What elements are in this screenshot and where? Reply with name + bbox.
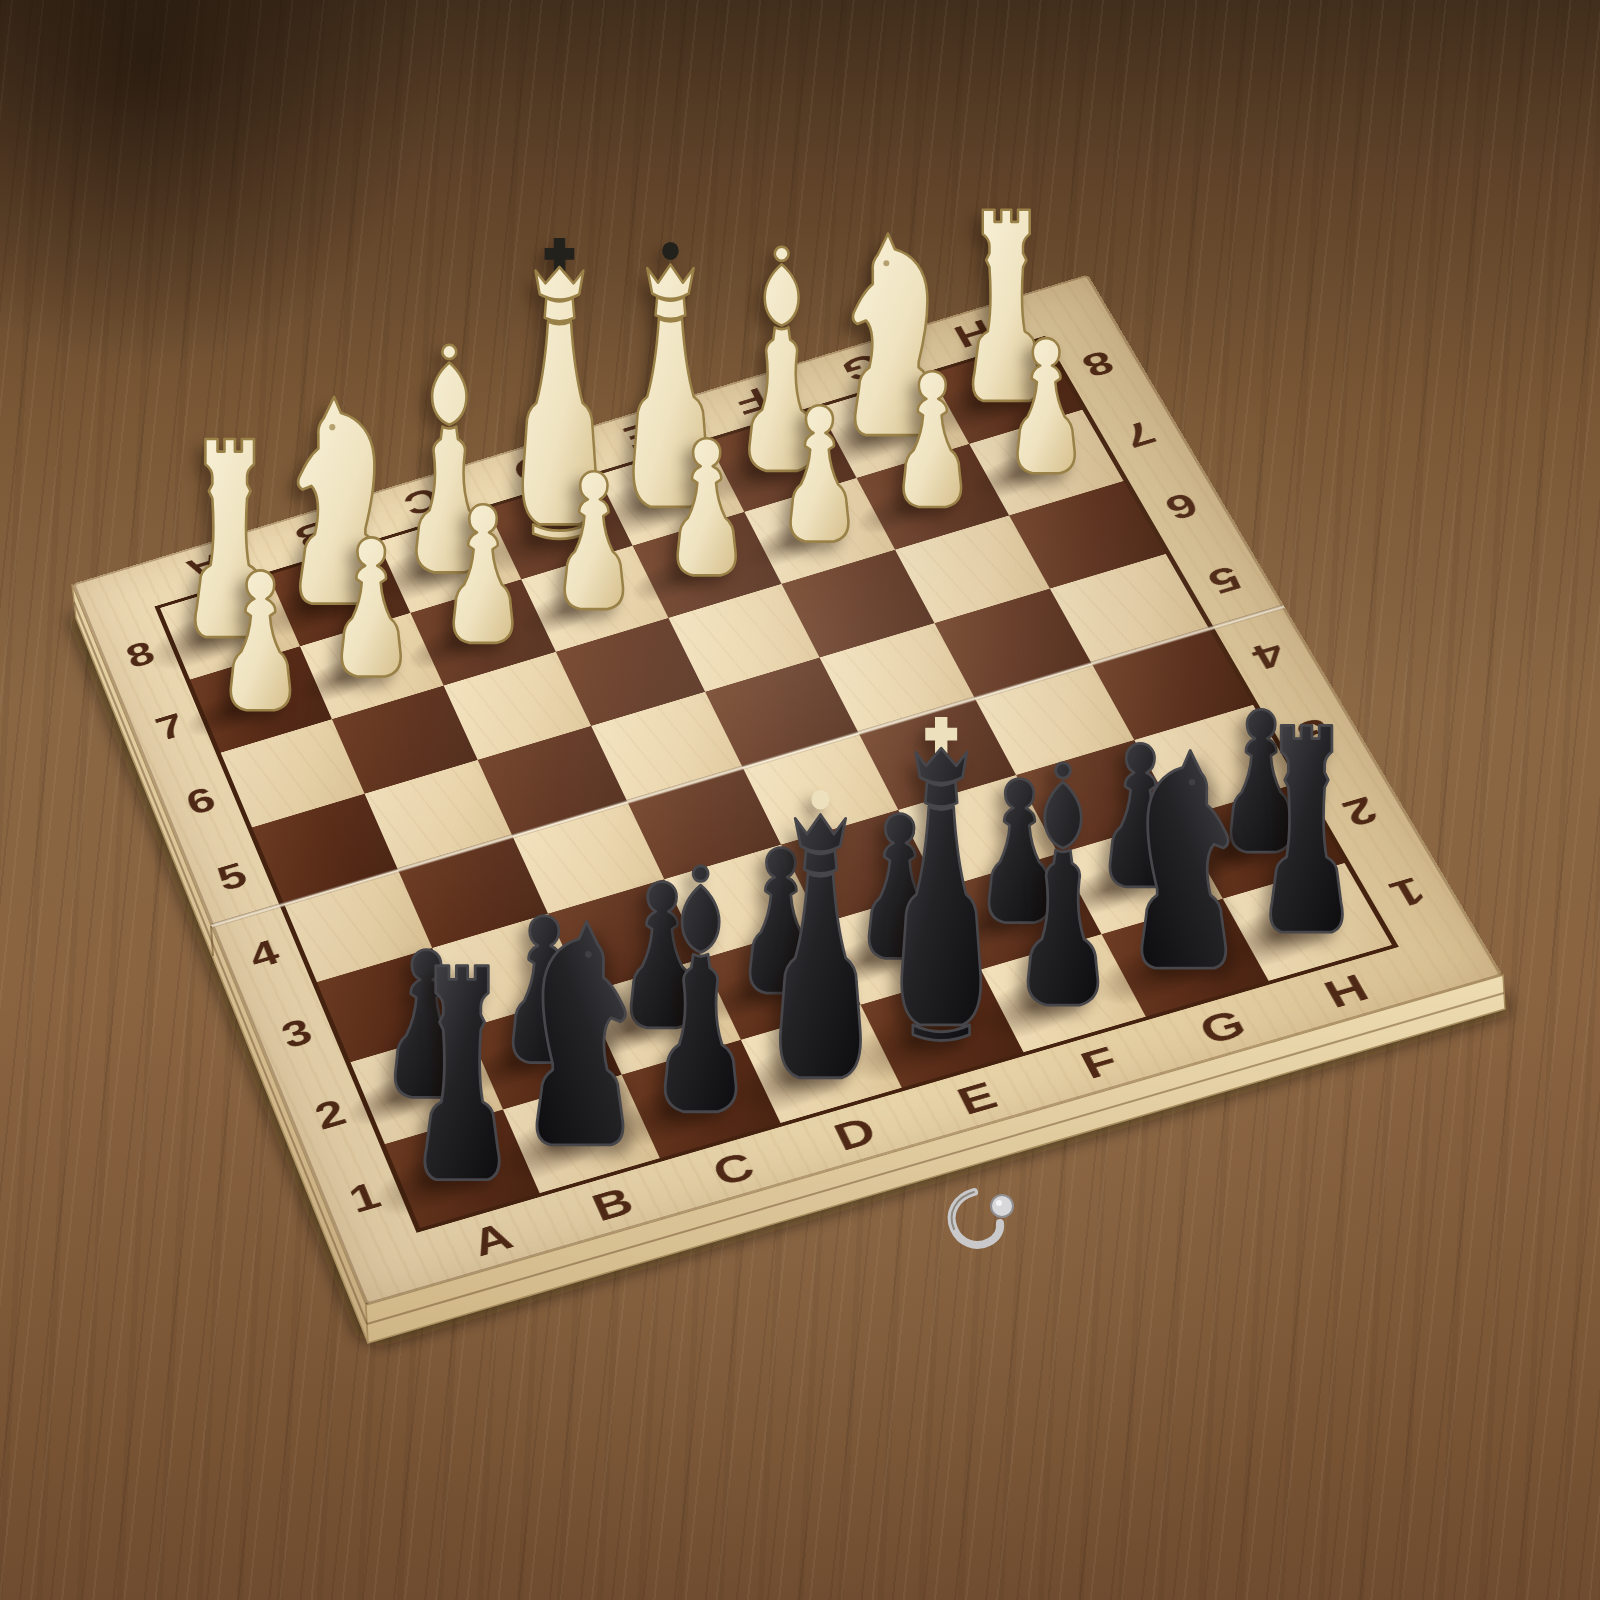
piece-black-queen-d1[interactable] (770, 789, 871, 1084)
clasp-latch (952, 1192, 1013, 1245)
piece-black-knight-b1[interactable] (532, 912, 630, 1154)
rook-icon (417, 956, 507, 1189)
king-icon (888, 717, 994, 1048)
pawn-icon (671, 433, 742, 583)
knight-icon (1137, 741, 1232, 978)
pawn-icon (1011, 333, 1081, 481)
piece-black-rook-h1[interactable] (1263, 716, 1350, 941)
piece-white-pawn-e7[interactable] (671, 433, 742, 583)
piece-black-king-e1[interactable] (888, 717, 994, 1048)
piece-black-bishop-c1[interactable] (656, 864, 745, 1119)
table-surface: 1122334455667788AABBCCDDEEFFGGHH (0, 0, 1600, 1600)
piece-white-pawn-c7[interactable] (447, 499, 519, 651)
piece-black-bishop-f1[interactable] (1019, 761, 1107, 1013)
knight-icon (532, 912, 630, 1154)
pawn-icon (224, 565, 297, 718)
piece-white-pawn-d7[interactable] (558, 466, 630, 617)
pawn-icon (897, 366, 968, 515)
pawn-icon (447, 499, 519, 651)
pawn-icon (558, 466, 630, 617)
rook-icon (1263, 716, 1350, 941)
queen-icon (770, 789, 871, 1084)
clasp-screw (991, 1195, 1013, 1217)
piece-black-rook-a1[interactable] (417, 956, 507, 1189)
piece-white-pawn-g7[interactable] (897, 366, 968, 515)
pawn-icon (784, 400, 855, 549)
piece-white-pawn-f7[interactable] (784, 400, 855, 549)
piece-white-pawn-h7[interactable] (1011, 333, 1081, 481)
piece-white-pawn-b7[interactable] (335, 532, 407, 685)
bishop-icon (656, 864, 745, 1119)
bishop-icon (1019, 761, 1107, 1013)
piece-black-knight-g1[interactable] (1137, 741, 1232, 978)
pawn-icon (335, 532, 407, 685)
piece-white-pawn-a7[interactable] (224, 565, 297, 718)
